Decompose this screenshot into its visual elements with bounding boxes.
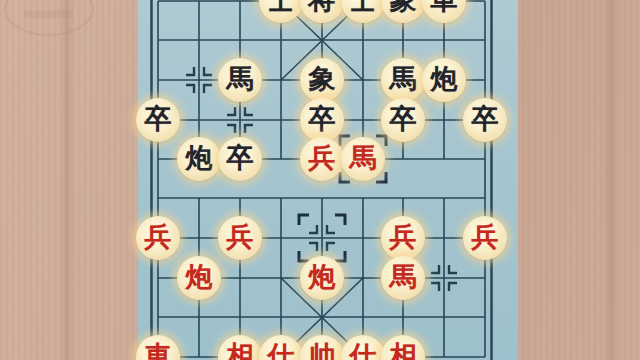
piece-red-horse[interactable]: 馬 [381, 256, 425, 300]
piece-glyph: 士 [350, 0, 377, 14]
piece-glyph: 炮 [186, 264, 213, 291]
piece-glyph: 象 [390, 0, 417, 14]
piece-glyph: 卒 [390, 106, 417, 133]
piece-glyph: 兵 [309, 145, 336, 172]
piece-glyph: 炮 [309, 264, 336, 291]
piece-black-cannon[interactable]: 炮 [177, 137, 221, 181]
piece-red-soldier[interactable]: 兵 [136, 216, 180, 260]
piece-glyph: 卒 [227, 145, 254, 172]
piece-glyph: 兵 [390, 224, 417, 251]
piece-black-soldier[interactable]: 卒 [463, 98, 507, 142]
piece-glyph: 車 [145, 343, 172, 360]
piece-red-cannon[interactable]: 炮 [300, 256, 344, 300]
piece-glyph: 兵 [227, 224, 254, 251]
piece-red-soldier[interactable]: 兵 [463, 216, 507, 260]
piece-glyph: 馬 [390, 264, 417, 291]
piece-glyph: 馬 [227, 66, 254, 93]
piece-glyph: 兵 [145, 224, 172, 251]
piece-glyph: 炮 [431, 66, 458, 93]
piece-black-soldier[interactable]: 卒 [136, 98, 180, 142]
piece-glyph: 象 [309, 66, 336, 93]
piece-glyph: 炮 [186, 145, 213, 172]
piece-red-soldier[interactable]: 兵 [218, 216, 262, 260]
piece-red-soldier[interactable]: 兵 [381, 216, 425, 260]
piece-red-cannon[interactable]: 炮 [177, 256, 221, 300]
piece-black-cannon[interactable]: 炮 [422, 58, 466, 102]
piece-glyph: 車 [431, 0, 458, 14]
piece-black-elephant[interactable]: 象 [300, 58, 344, 102]
piece-glyph: 兵 [472, 224, 499, 251]
piece-glyph: 帅 [309, 343, 336, 360]
piece-black-soldier[interactable]: 卒 [300, 98, 344, 142]
piece-glyph: 馬 [350, 145, 377, 172]
piece-glyph: 将 [309, 0, 336, 14]
piece-glyph: 相 [390, 343, 417, 360]
piece-black-horse[interactable]: 馬 [218, 58, 262, 102]
piece-glyph: 相 [227, 343, 254, 360]
piece-black-horse[interactable]: 馬 [381, 58, 425, 102]
piece-red-soldier[interactable]: 兵 [300, 137, 344, 181]
piece-glyph: 士 [268, 0, 295, 14]
piece-black-soldier[interactable]: 卒 [381, 98, 425, 142]
piece-red-horse[interactable]: 馬 [341, 137, 385, 181]
piece-glyph: 仕 [268, 343, 295, 360]
piece-glyph: 卒 [309, 106, 336, 133]
piece-glyph: 仕 [350, 343, 377, 360]
piece-glyph: 卒 [472, 106, 499, 133]
piece-glyph: 馬 [390, 66, 417, 93]
piece-glyph: 卒 [145, 106, 172, 133]
piece-black-soldier[interactable]: 卒 [218, 137, 262, 181]
